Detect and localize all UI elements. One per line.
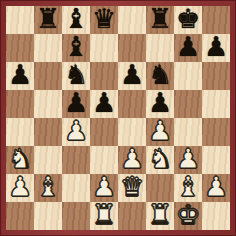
piece-white-pawn[interactable]: ♟ <box>176 145 200 173</box>
piece-black-pawn[interactable]: ♟ <box>148 89 172 117</box>
square-d8[interactable]: ♛ <box>90 6 118 34</box>
square-g7[interactable]: ♟ <box>174 34 202 62</box>
square-g6[interactable] <box>174 62 202 90</box>
piece-white-queen[interactable]: ♛ <box>120 173 144 201</box>
square-c5[interactable]: ♟ <box>62 90 90 118</box>
piece-black-pawn[interactable]: ♟ <box>204 33 228 61</box>
square-f1[interactable]: ♜ <box>146 202 174 230</box>
piece-black-pawn[interactable]: ♟ <box>64 89 88 117</box>
square-a7[interactable] <box>6 34 34 62</box>
piece-white-rook[interactable]: ♜ <box>148 201 172 229</box>
square-e2[interactable]: ♛ <box>118 174 146 202</box>
square-h7[interactable]: ♟ <box>202 34 230 62</box>
piece-white-pawn[interactable]: ♟ <box>64 117 88 145</box>
square-a5[interactable] <box>6 90 34 118</box>
piece-black-bishop[interactable]: ♝ <box>64 5 88 33</box>
square-d6[interactable] <box>90 62 118 90</box>
piece-white-rook[interactable]: ♜ <box>92 201 116 229</box>
square-c2[interactable] <box>62 174 90 202</box>
piece-black-knight[interactable]: ♞ <box>64 61 88 89</box>
chess-board: ♜♝♛♜♚♝♟♟♟♞♟♞♟♟♟♟♟♞♟♞♟♟♝♟♛♝♟♜♜♚ <box>6 6 230 230</box>
square-g8[interactable]: ♚ <box>174 6 202 34</box>
square-h6[interactable] <box>202 62 230 90</box>
square-c6[interactable]: ♞ <box>62 62 90 90</box>
square-h3[interactable] <box>202 146 230 174</box>
square-f3[interactable]: ♞ <box>146 146 174 174</box>
square-b6[interactable] <box>34 62 62 90</box>
square-e5[interactable] <box>118 90 146 118</box>
square-d2[interactable]: ♟ <box>90 174 118 202</box>
square-b1[interactable] <box>34 202 62 230</box>
square-a8[interactable] <box>6 6 34 34</box>
square-e3[interactable]: ♟ <box>118 146 146 174</box>
square-a2[interactable]: ♟ <box>6 174 34 202</box>
piece-black-rook[interactable]: ♜ <box>36 5 60 33</box>
square-e7[interactable] <box>118 34 146 62</box>
square-b7[interactable] <box>34 34 62 62</box>
piece-black-pawn[interactable]: ♟ <box>176 33 200 61</box>
square-b8[interactable]: ♜ <box>34 6 62 34</box>
square-b2[interactable]: ♝ <box>34 174 62 202</box>
square-g1[interactable]: ♚ <box>174 202 202 230</box>
square-g5[interactable] <box>174 90 202 118</box>
piece-black-pawn[interactable]: ♟ <box>120 61 144 89</box>
square-e1[interactable] <box>118 202 146 230</box>
piece-black-king[interactable]: ♚ <box>176 5 200 33</box>
square-d5[interactable]: ♟ <box>90 90 118 118</box>
piece-white-pawn[interactable]: ♟ <box>8 173 32 201</box>
piece-black-pawn[interactable]: ♟ <box>92 89 116 117</box>
square-c1[interactable] <box>62 202 90 230</box>
square-e6[interactable]: ♟ <box>118 62 146 90</box>
piece-black-rook[interactable]: ♜ <box>148 5 172 33</box>
square-f4[interactable]: ♟ <box>146 118 174 146</box>
square-c7[interactable]: ♝ <box>62 34 90 62</box>
square-d7[interactable] <box>90 34 118 62</box>
square-a6[interactable]: ♟ <box>6 62 34 90</box>
square-b5[interactable] <box>34 90 62 118</box>
square-g2[interactable]: ♝ <box>174 174 202 202</box>
square-g3[interactable]: ♟ <box>174 146 202 174</box>
square-f5[interactable]: ♟ <box>146 90 174 118</box>
square-b4[interactable] <box>34 118 62 146</box>
piece-white-pawn[interactable]: ♟ <box>92 173 116 201</box>
square-c4[interactable]: ♟ <box>62 118 90 146</box>
piece-white-bishop[interactable]: ♝ <box>176 173 200 201</box>
square-a1[interactable] <box>6 202 34 230</box>
square-h8[interactable] <box>202 6 230 34</box>
square-f2[interactable] <box>146 174 174 202</box>
piece-white-knight[interactable]: ♞ <box>8 145 32 173</box>
piece-white-pawn[interactable]: ♟ <box>120 145 144 173</box>
square-g4[interactable] <box>174 118 202 146</box>
square-b3[interactable] <box>34 146 62 174</box>
square-d3[interactable] <box>90 146 118 174</box>
piece-black-knight[interactable]: ♞ <box>148 61 172 89</box>
square-d1[interactable]: ♜ <box>90 202 118 230</box>
square-h4[interactable] <box>202 118 230 146</box>
piece-white-bishop[interactable]: ♝ <box>36 173 60 201</box>
square-a3[interactable]: ♞ <box>6 146 34 174</box>
square-d4[interactable] <box>90 118 118 146</box>
piece-white-knight[interactable]: ♞ <box>148 145 172 173</box>
square-h1[interactable] <box>202 202 230 230</box>
board-frame: ♜♝♛♜♚♝♟♟♟♞♟♞♟♟♟♟♟♞♟♞♟♟♝♟♛♝♟♜♜♚ <box>0 0 236 236</box>
square-c8[interactable]: ♝ <box>62 6 90 34</box>
piece-black-bishop[interactable]: ♝ <box>64 33 88 61</box>
square-e4[interactable] <box>118 118 146 146</box>
square-f7[interactable] <box>146 34 174 62</box>
piece-white-pawn[interactable]: ♟ <box>148 117 172 145</box>
piece-white-king[interactable]: ♚ <box>176 201 200 229</box>
square-a4[interactable] <box>6 118 34 146</box>
piece-black-queen[interactable]: ♛ <box>92 5 116 33</box>
square-h2[interactable]: ♟ <box>202 174 230 202</box>
square-f8[interactable]: ♜ <box>146 6 174 34</box>
square-c3[interactable] <box>62 146 90 174</box>
piece-black-pawn[interactable]: ♟ <box>8 61 32 89</box>
square-e8[interactable] <box>118 6 146 34</box>
square-h5[interactable] <box>202 90 230 118</box>
square-f6[interactable]: ♞ <box>146 62 174 90</box>
piece-white-pawn[interactable]: ♟ <box>204 173 228 201</box>
